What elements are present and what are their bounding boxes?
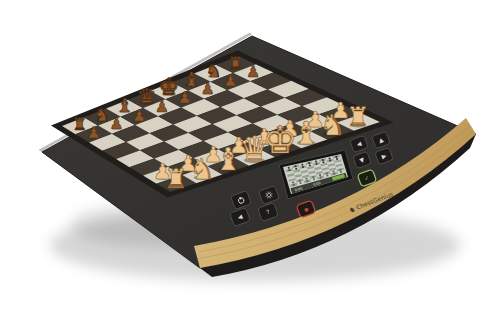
lcd-piece-dot [315, 161, 317, 163]
lcd-piece-dot [335, 156, 337, 158]
lcd-piece-dot [292, 181, 294, 183]
piece-br-a8[interactable]: ♜ [72, 115, 87, 134]
piece-bp-f7[interactable]: ♟ [201, 79, 215, 98]
lcd-piece-dot [326, 172, 328, 174]
lcd-piece-dot [329, 160, 331, 162]
lcd-piece-dot [306, 180, 308, 182]
lcd-piece-dot [322, 159, 324, 161]
lcd-piece-dot [329, 157, 331, 159]
lcd-piece-dot [295, 168, 297, 170]
piece-bp-a7[interactable]: ♟ [87, 123, 101, 142]
lcd-piece-dot [293, 184, 295, 186]
lcd-piece-dot [288, 169, 290, 171]
lcd-piece-dot [339, 169, 341, 171]
piece-wn-g1[interactable]: ♞ [319, 108, 345, 142]
piece-bn-g8[interactable]: ♞ [205, 60, 221, 81]
lcd-piece-dot [309, 164, 311, 166]
piece-bp-d7[interactable]: ♟ [155, 97, 169, 116]
lcd-piece-dot [340, 171, 342, 173]
lcd-piece-dot [308, 162, 310, 164]
chess-computer: 0:000:00 ◀?◀▲▼▶✓● ♜♞♝♛♚♝♞♜♟♟♟♟♟♟♟♟♟♟♟♟♟♟… [0, 0, 500, 333]
lcd-piece-dot [322, 161, 324, 163]
piece-bp-h7[interactable]: ♟ [246, 62, 260, 81]
lcd-piece-dot [316, 163, 318, 165]
lcd-piece-dot [333, 173, 335, 175]
lcd-piece-dot [332, 170, 334, 172]
lcd-piece-dot [288, 167, 290, 169]
piece-wb-f1[interactable]: ♝ [292, 115, 320, 151]
lcd-piece-dot [299, 182, 301, 184]
lcd-piece-dot [312, 176, 314, 178]
piece-bp-g7[interactable]: ♟ [223, 71, 237, 90]
lcd-piece-dot [336, 158, 338, 160]
lcd-piece-dot [299, 180, 301, 182]
lcd-piece-dot [313, 178, 315, 180]
lcd-piece-dot [301, 164, 303, 166]
lcd-piece-dot [320, 176, 322, 178]
piece-wr-a1[interactable]: ♜ [164, 163, 188, 194]
piece-wn-b1[interactable]: ♞ [189, 152, 215, 186]
product-photo-scene: 0:000:00 ◀?◀▲▼▶✓● ♜♞♝♛♚♝♞♜♟♟♟♟♟♟♟♟♟♟♟♟♟♟… [0, 0, 500, 333]
piece-bp-b7[interactable]: ♟ [109, 114, 123, 133]
piece-bp-c7[interactable]: ♟ [132, 106, 146, 125]
lcd-piece-dot [326, 175, 328, 177]
lcd-piece-dot [306, 178, 308, 180]
piece-wr-h1[interactable]: ♜ [346, 101, 370, 132]
piece-bp-e7[interactable]: ♟ [178, 88, 192, 107]
piece-bn-b8[interactable]: ♞ [94, 104, 110, 125]
lcd-piece-dot [302, 166, 304, 168]
lcd-piece-dot [295, 165, 297, 167]
lcd-piece-dot [319, 174, 321, 176]
